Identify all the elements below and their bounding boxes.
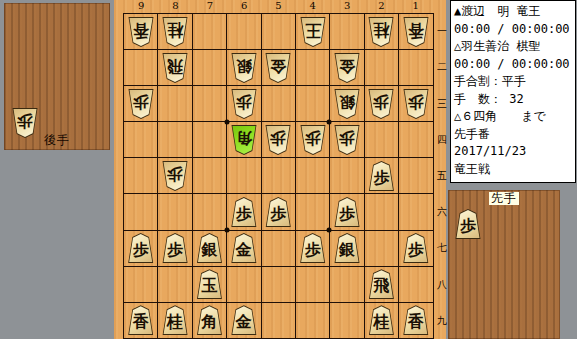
square-f7-r9[interactable]: 角: [193, 303, 226, 338]
square-f9-r1[interactable]: 香: [124, 14, 157, 49]
piece-gote-kin: 金: [334, 53, 360, 83]
piece-sente-kin: 金: [231, 305, 257, 335]
square-f9-r6[interactable]: [124, 194, 157, 229]
square-f5-r4[interactable]: 歩: [262, 122, 295, 157]
piece-gote-gin: 銀: [231, 53, 257, 83]
square-f9-r7[interactable]: 歩: [124, 231, 157, 266]
square-f1-r2[interactable]: [399, 50, 432, 85]
square-f2-r6[interactable]: [365, 194, 398, 229]
square-f1-r3[interactable]: 歩: [399, 86, 432, 121]
square-f2-r7[interactable]: [365, 231, 398, 266]
square-f8-r2[interactable]: 飛: [158, 50, 191, 85]
square-f3-r3[interactable]: 銀: [330, 86, 363, 121]
piece-gote-fu: 歩: [265, 125, 291, 155]
square-f8-r3[interactable]: [158, 86, 191, 121]
square-f8-r1[interactable]: 桂: [158, 14, 191, 49]
square-f7-r2[interactable]: [193, 50, 226, 85]
hoshi-dot: [224, 228, 229, 233]
hoshi-dot: [326, 228, 331, 233]
square-f2-r1[interactable]: 桂: [365, 14, 398, 49]
piece-sente-gin: 銀: [196, 233, 222, 263]
square-f6-r7[interactable]: 金: [227, 231, 260, 266]
square-f4-r5[interactable]: [296, 158, 329, 193]
sente-hand-fu: 歩: [455, 209, 481, 239]
piece-sente-fu: 歩: [231, 197, 257, 227]
square-f7-r7[interactable]: 銀: [193, 231, 226, 266]
hoshi-dot: [326, 119, 331, 124]
piece-sente-kyo: 香: [128, 305, 154, 335]
square-f5-r5[interactable]: [262, 158, 295, 193]
piece-gote-hi: 飛: [162, 53, 188, 83]
square-f7-r8[interactable]: 玉: [193, 267, 226, 302]
square-f7-r4[interactable]: [193, 122, 226, 157]
square-f3-r2[interactable]: 金: [330, 50, 363, 85]
square-f7-r3[interactable]: [193, 86, 226, 121]
square-f1-r1[interactable]: 香: [399, 14, 432, 49]
gote-piece-stand: 後手 歩: [4, 3, 110, 150]
square-f6-r5[interactable]: [227, 158, 260, 193]
square-f3-r5[interactable]: [330, 158, 363, 193]
square-f5-r7[interactable]: [262, 231, 295, 266]
square-f8-r8[interactable]: [158, 267, 191, 302]
rank-label-7: 七: [436, 230, 448, 266]
rank-label-5: 五: [436, 158, 448, 194]
piece-sente-kin: 金: [231, 233, 257, 263]
file-label-9: 9: [124, 0, 158, 12]
square-f7-r6[interactable]: [193, 194, 226, 229]
piece-sente-fu: 歩: [265, 197, 291, 227]
last-move-line: △６四角 まで: [454, 108, 575, 126]
shogi-board: 987654321 一二三四五六七八九 香桂王桂香飛銀金金歩歩銀歩歩角歩歩歩歩歩…: [114, 0, 446, 339]
square-f2-r5[interactable]: 歩: [365, 158, 398, 193]
square-f4-r7[interactable]: 歩: [296, 231, 329, 266]
file-label-8: 8: [158, 0, 192, 12]
piece-sente-kaku: 角: [196, 305, 222, 335]
square-f4-r2[interactable]: [296, 50, 329, 85]
piece-sente-kei: 桂: [162, 305, 188, 335]
square-f5-r1[interactable]: [262, 14, 295, 49]
piece-gote-fu: 歩: [128, 89, 154, 119]
square-f8-r9[interactable]: 桂: [158, 303, 191, 338]
piece-gote-fu: 歩: [300, 125, 326, 155]
square-f9-r5[interactable]: [124, 158, 157, 193]
square-f1-r8[interactable]: [399, 267, 432, 302]
kifu-viewer: 後手 歩 987654321 一二三四五六七八九 香桂王桂香飛銀金金歩歩銀歩歩角…: [0, 0, 577, 339]
piece-gote-fu: 歩: [368, 89, 394, 119]
file-label-2: 2: [364, 0, 398, 12]
piece-gote-kaku: 角: [231, 125, 257, 155]
file-label-4: 4: [296, 0, 330, 12]
piece-gote-fu: 歩: [162, 161, 188, 191]
square-f4-r1[interactable]: 王: [296, 14, 329, 49]
piece-gote-kin: 金: [265, 53, 291, 83]
turn-line: 先手番: [454, 126, 575, 144]
piece-sente-gin: 銀: [334, 233, 360, 263]
file-label-3: 3: [330, 0, 364, 12]
square-f3-r7[interactable]: 銀: [330, 231, 363, 266]
event-line: 竜王戦: [454, 161, 575, 179]
square-f7-r1[interactable]: [193, 14, 226, 49]
square-f3-r6[interactable]: 歩: [330, 194, 363, 229]
square-f9-r8[interactable]: [124, 267, 157, 302]
rank-label-3: 三: [436, 85, 448, 121]
rank-label-6: 六: [436, 194, 448, 230]
square-f4-r9[interactable]: [296, 303, 329, 338]
square-f6-r3[interactable]: 歩: [227, 86, 260, 121]
date-line: 2017/11/23: [454, 143, 575, 161]
file-label-7: 7: [193, 0, 227, 12]
square-f9-r4[interactable]: [124, 122, 157, 157]
sente-player-line: ▲渡辺 明 竜王: [454, 3, 575, 21]
square-f2-r9[interactable]: 桂: [365, 303, 398, 338]
square-f5-r9[interactable]: [262, 303, 295, 338]
square-f1-r7[interactable]: 歩: [399, 231, 432, 266]
square-f4-r3[interactable]: [296, 86, 329, 121]
rank-label-1: 一: [436, 13, 448, 49]
piece-sente-kei: 桂: [368, 305, 394, 335]
square-f3-r1[interactable]: [330, 14, 363, 49]
gote-clock: 00:00 / 00:00:00: [454, 56, 575, 74]
piece-sente-fu: 歩: [162, 233, 188, 263]
piece-gote-fu: 歩: [403, 89, 429, 119]
gote-player-line: △羽生善治 棋聖: [454, 38, 575, 56]
square-f1-r6[interactable]: [399, 194, 432, 229]
square-f6-r6[interactable]: 歩: [227, 194, 260, 229]
piece-gote-kei: 桂: [162, 17, 188, 47]
rank-labels: 一二三四五六七八九: [436, 13, 448, 339]
square-f8-r6[interactable]: [158, 194, 191, 229]
square-f1-r5[interactable]: [399, 158, 432, 193]
piece-sente-gyoku: 玉: [196, 269, 222, 299]
piece-gote-kyo: 香: [403, 17, 429, 47]
piece-sente-fu: 歩: [128, 233, 154, 263]
piece-sente-fu: 歩: [403, 233, 429, 263]
piece-sente-kyo: 香: [403, 305, 429, 335]
square-f2-r8[interactable]: 飛: [365, 267, 398, 302]
square-f6-r2[interactable]: 銀: [227, 50, 260, 85]
rank-label-9: 九: [436, 303, 448, 339]
piece-gote-ou: 王: [300, 17, 326, 47]
square-f5-r6[interactable]: 歩: [262, 194, 295, 229]
file-label-1: 1: [399, 0, 433, 12]
sente-piece-stand: 先手 歩: [448, 190, 560, 339]
piece-gote-kei: 桂: [368, 17, 394, 47]
move-count-line: 手 数： 32: [454, 91, 575, 109]
piece-sente-fu: 歩: [368, 161, 394, 191]
square-f7-r5[interactable]: [193, 158, 226, 193]
hoshi-dot: [224, 119, 229, 124]
square-f6-r8[interactable]: [227, 267, 260, 302]
square-f8-r4[interactable]: [158, 122, 191, 157]
sente-stand-label: 先手: [448, 191, 560, 205]
piece-gote-fu: 歩: [231, 89, 257, 119]
square-f2-r4[interactable]: [365, 122, 398, 157]
square-f8-r5[interactable]: 歩: [158, 158, 191, 193]
piece-sente-fu: 歩: [334, 197, 360, 227]
piece-sente-fu: 歩: [300, 233, 326, 263]
square-f9-r3[interactable]: 歩: [124, 86, 157, 121]
square-f1-r9[interactable]: 香: [399, 303, 432, 338]
square-f4-r4[interactable]: 歩: [296, 122, 329, 157]
sente-clock: 00:00 / 00:00:00: [454, 21, 575, 39]
file-labels: 987654321: [124, 0, 433, 12]
board-grid: 香桂王桂香飛銀金金歩歩銀歩歩角歩歩歩歩歩歩歩歩歩歩銀金歩銀歩玉飛香桂角金桂香: [123, 13, 434, 339]
rank-label-8: 八: [436, 267, 448, 303]
square-f2-r3[interactable]: 歩: [365, 86, 398, 121]
piece-gote-kyo: 香: [128, 17, 154, 47]
game-info-panel: ▲渡辺 明 竜王 00:00 / 00:00:00 △羽生善治 棋聖 00:00…: [450, 0, 576, 183]
piece-gote-fu: 歩: [334, 125, 360, 155]
square-f6-r1[interactable]: [227, 14, 260, 49]
square-f3-r4[interactable]: 歩: [330, 122, 363, 157]
square-f9-r2[interactable]: [124, 50, 157, 85]
file-label-5: 5: [261, 0, 295, 12]
square-f9-r9[interactable]: 香: [124, 303, 157, 338]
piece-sente-hi: 飛: [368, 269, 394, 299]
square-f5-r8[interactable]: [262, 267, 295, 302]
square-f3-r8[interactable]: [330, 267, 363, 302]
square-f6-r4[interactable]: 角: [227, 122, 260, 157]
rank-label-4: 四: [436, 122, 448, 158]
sente-turn-highlight: 先手: [489, 192, 519, 205]
square-f6-r9[interactable]: 金: [227, 303, 260, 338]
handicap-line: 手合割：平手: [454, 73, 575, 91]
square-f5-r3[interactable]: [262, 86, 295, 121]
square-f1-r4[interactable]: [399, 122, 432, 157]
square-f2-r2[interactable]: [365, 50, 398, 85]
piece-gote-gin: 銀: [334, 89, 360, 119]
square-f5-r2[interactable]: 金: [262, 50, 295, 85]
file-label-6: 6: [227, 0, 261, 12]
rank-label-2: 二: [436, 49, 448, 85]
square-f3-r9[interactable]: [330, 303, 363, 338]
square-f4-r8[interactable]: [296, 267, 329, 302]
square-f4-r6[interactable]: [296, 194, 329, 229]
square-f8-r7[interactable]: 歩: [158, 231, 191, 266]
